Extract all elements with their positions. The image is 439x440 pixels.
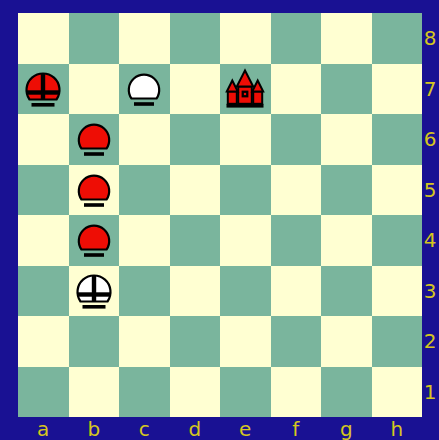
square-f7[interactable] (271, 64, 322, 115)
square-d4[interactable] (170, 215, 221, 266)
square-e8[interactable] (220, 13, 271, 64)
square-d1[interactable] (170, 367, 221, 418)
square-e3[interactable] (220, 266, 271, 317)
square-a7[interactable] (18, 64, 69, 115)
square-d8[interactable] (170, 13, 221, 64)
piece-white-ball[interactable] (121, 66, 167, 112)
square-d6[interactable] (170, 114, 221, 165)
square-f8[interactable] (271, 13, 322, 64)
square-c4[interactable] (119, 215, 170, 266)
square-b8[interactable] (69, 13, 120, 64)
square-b7[interactable] (69, 64, 120, 115)
file-label-d: d (170, 417, 221, 440)
square-f5[interactable] (271, 165, 322, 216)
square-d5[interactable] (170, 165, 221, 216)
square-c2[interactable] (119, 316, 170, 367)
square-d2[interactable] (170, 316, 221, 367)
rank-label-2: 2 (421, 316, 439, 367)
rank-label-1: 1 (421, 367, 439, 418)
rank-label-5: 5 (421, 165, 439, 216)
file-label-e: e (220, 417, 271, 440)
square-a1[interactable] (18, 367, 69, 418)
square-g1[interactable] (321, 367, 372, 418)
square-f1[interactable] (271, 367, 322, 418)
square-h4[interactable] (372, 215, 423, 266)
square-a8[interactable] (18, 13, 69, 64)
square-d7[interactable] (170, 64, 221, 115)
square-e6[interactable] (220, 114, 271, 165)
square-h7[interactable] (372, 64, 423, 115)
square-b2[interactable] (69, 316, 120, 367)
square-g6[interactable] (321, 114, 372, 165)
square-a4[interactable] (18, 215, 69, 266)
square-c3[interactable] (119, 266, 170, 317)
square-g4[interactable] (321, 215, 372, 266)
rank-label-4: 4 (421, 215, 439, 266)
file-label-b: b (69, 417, 120, 440)
square-h2[interactable] (372, 316, 423, 367)
square-h5[interactable] (372, 165, 423, 216)
square-g5[interactable] (321, 165, 372, 216)
square-h1[interactable] (372, 367, 423, 418)
square-f4[interactable] (271, 215, 322, 266)
square-b4[interactable] (69, 215, 120, 266)
square-e2[interactable] (220, 316, 271, 367)
rank-label-3: 3 (421, 266, 439, 317)
piece-red-ball[interactable] (71, 217, 117, 263)
square-b5[interactable] (69, 165, 120, 216)
square-c5[interactable] (119, 165, 170, 216)
square-d3[interactable] (170, 266, 221, 317)
square-h8[interactable] (372, 13, 423, 64)
square-f3[interactable] (271, 266, 322, 317)
file-label-c: c (119, 417, 170, 440)
square-e1[interactable] (220, 367, 271, 418)
square-a2[interactable] (18, 316, 69, 367)
square-c6[interactable] (119, 114, 170, 165)
square-g2[interactable] (321, 316, 372, 367)
square-b3[interactable] (69, 266, 120, 317)
square-g7[interactable] (321, 64, 372, 115)
piece-red-quartered-ball[interactable] (20, 66, 66, 112)
piece-red-ball[interactable] (71, 167, 117, 213)
rank-label-6: 6 (421, 114, 439, 165)
square-c1[interactable] (119, 367, 170, 418)
square-a6[interactable] (18, 114, 69, 165)
file-label-h: h (372, 417, 423, 440)
rank-label-8: 8 (421, 13, 439, 64)
square-c7[interactable] (119, 64, 170, 115)
file-label-a: a (18, 417, 69, 440)
square-h6[interactable] (372, 114, 423, 165)
square-b6[interactable] (69, 114, 120, 165)
square-e5[interactable] (220, 165, 271, 216)
piece-white-quartered-ball[interactable] (71, 268, 117, 314)
square-b1[interactable] (69, 367, 120, 418)
file-label-f: f (271, 417, 322, 440)
board-frame: 87654321 abcdefgh (0, 0, 439, 440)
piece-red-castle[interactable] (222, 66, 268, 112)
square-g8[interactable] (321, 13, 372, 64)
square-a5[interactable] (18, 165, 69, 216)
rank-label-7: 7 (421, 64, 439, 115)
square-f6[interactable] (271, 114, 322, 165)
square-g3[interactable] (321, 266, 372, 317)
square-c8[interactable] (119, 13, 170, 64)
square-h3[interactable] (372, 266, 423, 317)
square-a3[interactable] (18, 266, 69, 317)
square-e4[interactable] (220, 215, 271, 266)
game-board (18, 13, 422, 417)
piece-red-ball[interactable] (71, 116, 117, 162)
square-f2[interactable] (271, 316, 322, 367)
square-e7[interactable] (220, 64, 271, 115)
file-label-g: g (321, 417, 372, 440)
